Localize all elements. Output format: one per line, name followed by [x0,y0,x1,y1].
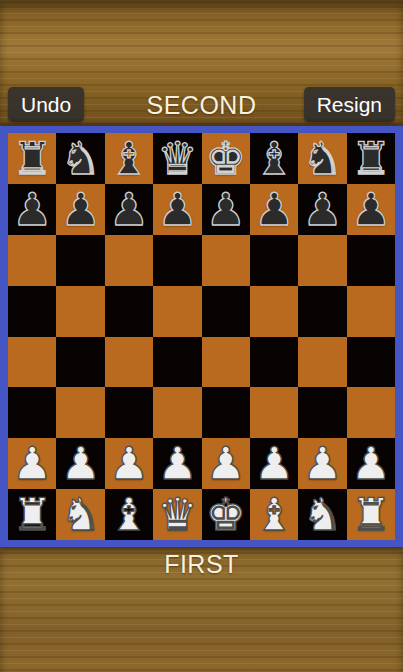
square-g4[interactable] [298,337,346,388]
black-pawn-icon: ♟ [302,187,342,232]
black-bishop-icon: ♝ [254,136,294,181]
square-c7[interactable]: ♟ [105,184,153,235]
square-e1[interactable]: ♚ [202,489,250,540]
square-e7[interactable]: ♟ [202,184,250,235]
square-a1[interactable]: ♜ [8,489,56,540]
square-b7[interactable]: ♟ [56,184,104,235]
square-g8[interactable]: ♞ [298,133,346,184]
square-e6[interactable] [202,235,250,286]
black-pawn-icon: ♟ [12,187,52,232]
black-pawn-icon: ♟ [254,187,294,232]
square-d5[interactable] [153,286,201,337]
resign-button[interactable]: Resign [304,87,395,122]
white-knight-icon: ♞ [302,492,342,537]
bottom-player-label: FIRST [0,550,403,579]
square-e2[interactable]: ♟ [202,438,250,489]
white-rook-icon: ♜ [12,492,52,537]
square-a2[interactable]: ♟ [8,438,56,489]
square-h3[interactable] [347,387,395,438]
square-d6[interactable] [153,235,201,286]
white-pawn-icon: ♟ [109,441,149,486]
square-d1[interactable]: ♛ [153,489,201,540]
square-d4[interactable] [153,337,201,388]
square-b6[interactable] [56,235,104,286]
white-pawn-icon: ♟ [351,441,391,486]
square-b2[interactable]: ♟ [56,438,104,489]
chess-board: ♜♞♝♛♚♝♞♜♟♟♟♟♟♟♟♟♟♟♟♟♟♟♟♟♜♞♝♛♚♝♞♜ [0,126,403,547]
square-e5[interactable] [202,286,250,337]
square-g2[interactable]: ♟ [298,438,346,489]
square-h2[interactable]: ♟ [347,438,395,489]
black-knight-icon: ♞ [60,136,100,181]
app-screen: Undo SECOND Resign ♜♞♝♛♚♝♞♜♟♟♟♟♟♟♟♟♟♟♟♟♟… [0,0,403,672]
square-d7[interactable]: ♟ [153,184,201,235]
black-rook-icon: ♜ [12,136,52,181]
white-rook-icon: ♜ [351,492,391,537]
square-a6[interactable] [8,235,56,286]
black-queen-icon: ♛ [157,136,197,181]
black-pawn-icon: ♟ [157,187,197,232]
square-c2[interactable]: ♟ [105,438,153,489]
square-f2[interactable]: ♟ [250,438,298,489]
white-pawn-icon: ♟ [12,441,52,486]
black-knight-icon: ♞ [302,136,342,181]
square-a7[interactable]: ♟ [8,184,56,235]
square-c4[interactable] [105,337,153,388]
square-e3[interactable] [202,387,250,438]
square-b4[interactable] [56,337,104,388]
square-c1[interactable]: ♝ [105,489,153,540]
square-h4[interactable] [347,337,395,388]
square-f8[interactable]: ♝ [250,133,298,184]
square-b5[interactable] [56,286,104,337]
square-f3[interactable] [250,387,298,438]
square-a5[interactable] [8,286,56,337]
white-queen-icon: ♛ [157,492,197,537]
square-c8[interactable]: ♝ [105,133,153,184]
square-h1[interactable]: ♜ [347,489,395,540]
black-pawn-icon: ♟ [351,187,391,232]
square-g1[interactable]: ♞ [298,489,346,540]
square-b1[interactable]: ♞ [56,489,104,540]
square-g3[interactable] [298,387,346,438]
black-rook-icon: ♜ [351,136,391,181]
white-pawn-icon: ♟ [302,441,342,486]
white-knight-icon: ♞ [60,492,100,537]
square-c5[interactable] [105,286,153,337]
square-c3[interactable] [105,387,153,438]
square-c6[interactable] [105,235,153,286]
square-h7[interactable]: ♟ [347,184,395,235]
white-pawn-icon: ♟ [157,441,197,486]
square-g7[interactable]: ♟ [298,184,346,235]
square-f4[interactable] [250,337,298,388]
square-h8[interactable]: ♜ [347,133,395,184]
square-h5[interactable] [347,286,395,337]
white-pawn-icon: ♟ [60,441,100,486]
square-b3[interactable] [56,387,104,438]
square-d2[interactable]: ♟ [153,438,201,489]
square-f5[interactable] [250,286,298,337]
square-g5[interactable] [298,286,346,337]
square-e4[interactable] [202,337,250,388]
white-bishop-icon: ♝ [254,492,294,537]
square-e8[interactable]: ♚ [202,133,250,184]
square-d3[interactable] [153,387,201,438]
black-bishop-icon: ♝ [109,136,149,181]
white-pawn-icon: ♟ [206,441,246,486]
square-f6[interactable] [250,235,298,286]
black-king-icon: ♚ [206,136,246,181]
square-a4[interactable] [8,337,56,388]
square-b8[interactable]: ♞ [56,133,104,184]
black-pawn-icon: ♟ [60,187,100,232]
white-bishop-icon: ♝ [109,492,149,537]
square-h6[interactable] [347,235,395,286]
square-f1[interactable]: ♝ [250,489,298,540]
square-f7[interactable]: ♟ [250,184,298,235]
square-g6[interactable] [298,235,346,286]
square-a8[interactable]: ♜ [8,133,56,184]
white-king-icon: ♚ [206,492,246,537]
square-d8[interactable]: ♛ [153,133,201,184]
black-pawn-icon: ♟ [206,187,246,232]
black-pawn-icon: ♟ [109,187,149,232]
square-a3[interactable] [8,387,56,438]
white-pawn-icon: ♟ [254,441,294,486]
